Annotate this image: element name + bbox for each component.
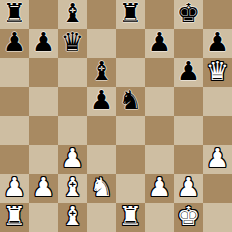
- black-pawn-d5[interactable]: ♟: [90, 87, 113, 115]
- square-e2[interactable]: [116, 174, 145, 203]
- square-g3[interactable]: [174, 145, 203, 174]
- square-d8[interactable]: [87, 0, 116, 29]
- square-e1[interactable]: ♜: [116, 203, 145, 232]
- black-king-g8[interactable]: ♚: [177, 0, 200, 28]
- white-pawn-f2[interactable]: ♟: [148, 174, 171, 202]
- white-pawn-h3[interactable]: ♟: [206, 145, 229, 173]
- square-d4[interactable]: [87, 116, 116, 145]
- square-h6[interactable]: ♛: [203, 58, 232, 87]
- black-queen-c7[interactable]: ♛: [61, 29, 84, 57]
- square-f1[interactable]: [145, 203, 174, 232]
- white-pawn-g2[interactable]: ♟: [177, 174, 200, 202]
- square-c6[interactable]: [58, 58, 87, 87]
- square-e7[interactable]: [116, 29, 145, 58]
- square-d1[interactable]: [87, 203, 116, 232]
- black-rook-a8[interactable]: ♜: [3, 0, 26, 28]
- white-pawn-c3[interactable]: ♟: [61, 145, 84, 173]
- square-d3[interactable]: [87, 145, 116, 174]
- square-h5[interactable]: [203, 87, 232, 116]
- square-h1[interactable]: [203, 203, 232, 232]
- square-e4[interactable]: [116, 116, 145, 145]
- square-b8[interactable]: [29, 0, 58, 29]
- square-f7[interactable]: ♟: [145, 29, 174, 58]
- square-a5[interactable]: [0, 87, 29, 116]
- white-rook-e1[interactable]: ♜: [119, 203, 142, 231]
- square-c7[interactable]: ♛: [58, 29, 87, 58]
- square-f8[interactable]: [145, 0, 174, 29]
- square-b7[interactable]: ♟: [29, 29, 58, 58]
- black-pawn-g6[interactable]: ♟: [177, 58, 200, 86]
- square-f3[interactable]: [145, 145, 174, 174]
- black-knight-e5[interactable]: ♞: [119, 87, 142, 115]
- black-pawn-h7[interactable]: ♟: [206, 29, 229, 57]
- square-a3[interactable]: [0, 145, 29, 174]
- square-a6[interactable]: [0, 58, 29, 87]
- white-pawn-b2[interactable]: ♟: [32, 174, 55, 202]
- square-g8[interactable]: ♚: [174, 0, 203, 29]
- square-a4[interactable]: [0, 116, 29, 145]
- square-d7[interactable]: [87, 29, 116, 58]
- square-a2[interactable]: ♟: [0, 174, 29, 203]
- square-g5[interactable]: [174, 87, 203, 116]
- square-h3[interactable]: ♟: [203, 145, 232, 174]
- square-b6[interactable]: [29, 58, 58, 87]
- black-pawn-f7[interactable]: ♟: [148, 29, 171, 57]
- square-g2[interactable]: ♟: [174, 174, 203, 203]
- square-b1[interactable]: [29, 203, 58, 232]
- square-h7[interactable]: ♟: [203, 29, 232, 58]
- white-rook-a1[interactable]: ♜: [3, 203, 26, 231]
- white-knight-d2[interactable]: ♞: [90, 174, 113, 202]
- square-g1[interactable]: ♚: [174, 203, 203, 232]
- square-c5[interactable]: [58, 87, 87, 116]
- square-g7[interactable]: [174, 29, 203, 58]
- square-g4[interactable]: [174, 116, 203, 145]
- square-c4[interactable]: [58, 116, 87, 145]
- square-f5[interactable]: [145, 87, 174, 116]
- white-queen-h6[interactable]: ♛: [206, 58, 229, 86]
- square-c3[interactable]: ♟: [58, 145, 87, 174]
- white-king-g1[interactable]: ♚: [177, 203, 200, 231]
- black-rook-e8[interactable]: ♜: [119, 0, 142, 28]
- black-pawn-b7[interactable]: ♟: [32, 29, 55, 57]
- square-h2[interactable]: [203, 174, 232, 203]
- square-a1[interactable]: ♜: [0, 203, 29, 232]
- square-f2[interactable]: ♟: [145, 174, 174, 203]
- square-e3[interactable]: [116, 145, 145, 174]
- black-pawn-a7[interactable]: ♟: [3, 29, 26, 57]
- square-b2[interactable]: ♟: [29, 174, 58, 203]
- square-c8[interactable]: ♝: [58, 0, 87, 29]
- square-e5[interactable]: ♞: [116, 87, 145, 116]
- square-f4[interactable]: [145, 116, 174, 145]
- white-pawn-a2[interactable]: ♟: [3, 174, 26, 202]
- square-d2[interactable]: ♞: [87, 174, 116, 203]
- square-h8[interactable]: [203, 0, 232, 29]
- square-d6[interactable]: ♝: [87, 58, 116, 87]
- square-c2[interactable]: ♝: [58, 174, 87, 203]
- chess-board: ♜♝♜♚♟♟♛♟♟♝♟♛♟♞♟♟♟♟♝♞♟♟♜♝♜♚: [0, 0, 232, 232]
- white-bishop-c1[interactable]: ♝: [61, 203, 84, 231]
- square-b3[interactable]: [29, 145, 58, 174]
- square-b4[interactable]: [29, 116, 58, 145]
- square-f6[interactable]: [145, 58, 174, 87]
- square-d5[interactable]: ♟: [87, 87, 116, 116]
- square-a7[interactable]: ♟: [0, 29, 29, 58]
- square-h4[interactable]: [203, 116, 232, 145]
- square-b5[interactable]: [29, 87, 58, 116]
- white-bishop-c2[interactable]: ♝: [61, 174, 84, 202]
- chess-board-wrapper: ♜♝♜♚♟♟♛♟♟♝♟♛♟♞♟♟♟♟♝♞♟♟♜♝♜♚: [0, 0, 232, 232]
- square-g6[interactable]: ♟: [174, 58, 203, 87]
- square-c1[interactable]: ♝: [58, 203, 87, 232]
- square-e8[interactable]: ♜: [116, 0, 145, 29]
- square-a8[interactable]: ♜: [0, 0, 29, 29]
- black-bishop-c8[interactable]: ♝: [61, 0, 84, 28]
- black-bishop-d6[interactable]: ♝: [90, 58, 113, 86]
- square-e6[interactable]: [116, 58, 145, 87]
